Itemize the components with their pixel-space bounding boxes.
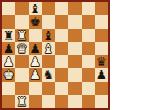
square-b4[interactable]: [15, 55, 28, 68]
square-d6[interactable]: ♝: [42, 29, 55, 42]
square-h3[interactable]: ♟: [95, 68, 108, 81]
black-knight-piece: ♞: [42, 68, 55, 81]
square-h6[interactable]: [95, 29, 108, 42]
square-h1[interactable]: [95, 95, 108, 108]
square-f1[interactable]: [68, 95, 81, 108]
square-e8[interactable]: [55, 2, 68, 15]
square-e7[interactable]: [55, 15, 68, 28]
square-f5[interactable]: [68, 42, 81, 55]
page-background: [110, 0, 147, 110]
square-c4[interactable]: ♟: [29, 55, 42, 68]
square-e3[interactable]: [55, 68, 68, 81]
square-e5[interactable]: [55, 42, 68, 55]
white-rook-piece: ♜: [15, 95, 28, 108]
square-g8[interactable]: [82, 2, 95, 15]
black-pawn-piece: ♟: [95, 68, 108, 81]
square-f2[interactable]: [68, 82, 81, 95]
square-f3[interactable]: [68, 68, 81, 81]
black-queen-piece: ♛: [95, 55, 108, 68]
black-bishop-piece: ♝: [42, 29, 55, 42]
square-f8[interactable]: [68, 2, 81, 15]
square-h7[interactable]: [95, 15, 108, 28]
black-bishop-piece: ♝: [29, 2, 42, 15]
white-bishop-piece: ♝: [42, 42, 55, 55]
square-d5[interactable]: ♝: [42, 42, 55, 55]
square-g6[interactable]: [82, 29, 95, 42]
square-b7[interactable]: [15, 15, 28, 28]
square-b8[interactable]: [15, 2, 28, 15]
square-e2[interactable]: [55, 82, 68, 95]
black-pawn-piece: ♟: [29, 42, 42, 55]
square-g7[interactable]: [82, 15, 95, 28]
square-d7[interactable]: [42, 15, 55, 28]
black-rook-piece: ♜: [2, 29, 15, 42]
square-c3[interactable]: ♟: [29, 68, 42, 81]
square-b5[interactable]: ♛: [15, 42, 28, 55]
square-c6[interactable]: [29, 29, 42, 42]
chess-board: ♝♚♜♜♝♟♛♟♝♟♟♛♚♟♞♟♜: [0, 0, 110, 110]
white-king-piece: ♚: [2, 68, 15, 81]
white-pawn-piece: ♟: [29, 55, 42, 68]
square-b3[interactable]: [15, 68, 28, 81]
white-rook-piece: ♜: [15, 29, 28, 42]
square-d3[interactable]: ♞: [42, 68, 55, 81]
square-a7[interactable]: [2, 15, 15, 28]
square-a4[interactable]: ♟: [2, 55, 15, 68]
square-h2[interactable]: [95, 82, 108, 95]
square-c1[interactable]: [29, 95, 42, 108]
square-g4[interactable]: [82, 55, 95, 68]
square-f4[interactable]: [68, 55, 81, 68]
black-pawn-piece: ♟: [2, 42, 15, 55]
square-a8[interactable]: [2, 2, 15, 15]
white-pawn-piece: ♟: [2, 55, 15, 68]
black-king-piece: ♚: [29, 15, 42, 28]
square-a3[interactable]: ♚: [2, 68, 15, 81]
square-a2[interactable]: [2, 82, 15, 95]
square-a1[interactable]: [2, 95, 15, 108]
square-f6[interactable]: [68, 29, 81, 42]
square-g2[interactable]: [82, 82, 95, 95]
square-e6[interactable]: [55, 29, 68, 42]
square-b2[interactable]: [15, 82, 28, 95]
square-a6[interactable]: ♜: [2, 29, 15, 42]
square-c5[interactable]: ♟: [29, 42, 42, 55]
square-d1[interactable]: [42, 95, 55, 108]
chess-diagram: ♝♚♜♜♝♟♛♟♝♟♟♛♚♟♞♟♜: [0, 0, 147, 110]
square-c7[interactable]: ♚: [29, 15, 42, 28]
white-pawn-piece: ♟: [29, 68, 42, 81]
square-h8[interactable]: [95, 2, 108, 15]
square-e4[interactable]: [55, 55, 68, 68]
square-f7[interactable]: [68, 15, 81, 28]
square-b6[interactable]: ♜: [15, 29, 28, 42]
square-c8[interactable]: ♝: [29, 2, 42, 15]
square-a5[interactable]: ♟: [2, 42, 15, 55]
square-h5[interactable]: [95, 42, 108, 55]
square-h4[interactable]: ♛: [95, 55, 108, 68]
square-g5[interactable]: [82, 42, 95, 55]
square-g1[interactable]: [82, 95, 95, 108]
square-b1[interactable]: ♜: [15, 95, 28, 108]
square-d2[interactable]: [42, 82, 55, 95]
white-queen-piece: ♛: [15, 42, 28, 55]
square-g3[interactable]: [82, 68, 95, 81]
square-d4[interactable]: [42, 55, 55, 68]
square-e1[interactable]: [55, 95, 68, 108]
square-d8[interactable]: [42, 2, 55, 15]
square-c2[interactable]: [29, 82, 42, 95]
